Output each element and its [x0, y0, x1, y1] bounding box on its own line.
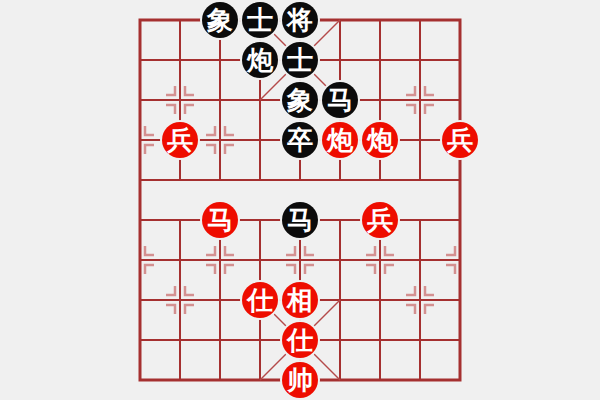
red-soldier[interactable]: 兵 [162, 122, 198, 158]
board: 象士将炮士象马兵卒炮炮兵马马兵仕相仕帅 [120, 0, 480, 400]
point-6-9[interactable] [360, 360, 400, 400]
point-2-4[interactable] [200, 160, 240, 200]
point-5-0[interactable] [320, 0, 360, 40]
point-3-7[interactable]: 仕 [240, 280, 280, 320]
point-6-1[interactable] [360, 40, 400, 80]
point-5-2[interactable]: 马 [320, 80, 360, 120]
point-8-0[interactable] [440, 0, 480, 40]
point-3-0[interactable]: 士 [240, 0, 280, 40]
point-0-7[interactable] [120, 280, 160, 320]
point-7-3[interactable] [400, 120, 440, 160]
point-4-1[interactable]: 士 [280, 40, 320, 80]
point-1-5[interactable] [160, 200, 200, 240]
point-1-2[interactable] [160, 80, 200, 120]
point-8-2[interactable] [440, 80, 480, 120]
red-soldier[interactable]: 兵 [362, 202, 398, 238]
point-6-7[interactable] [360, 280, 400, 320]
point-1-1[interactable] [160, 40, 200, 80]
point-1-8[interactable] [160, 320, 200, 360]
point-5-1[interactable] [320, 40, 360, 80]
point-4-5[interactable]: 马 [280, 200, 320, 240]
point-8-6[interactable] [440, 240, 480, 280]
point-6-0[interactable] [360, 0, 400, 40]
point-4-6[interactable] [280, 240, 320, 280]
point-3-6[interactable] [240, 240, 280, 280]
point-4-9[interactable]: 帅 [280, 360, 320, 400]
point-1-9[interactable] [160, 360, 200, 400]
board-grid[interactable]: 象士将炮士象马兵卒炮炮兵马马兵仕相仕帅 [120, 0, 480, 400]
point-1-7[interactable] [160, 280, 200, 320]
point-3-9[interactable] [240, 360, 280, 400]
point-5-5[interactable] [320, 200, 360, 240]
point-3-8[interactable] [240, 320, 280, 360]
point-8-4[interactable] [440, 160, 480, 200]
point-4-2[interactable]: 象 [280, 80, 320, 120]
point-2-6[interactable] [200, 240, 240, 280]
red-horse[interactable]: 马 [202, 202, 238, 238]
point-2-5[interactable]: 马 [200, 200, 240, 240]
point-4-7[interactable]: 相 [280, 280, 320, 320]
black-advisor[interactable]: 士 [242, 2, 278, 38]
point-7-2[interactable] [400, 80, 440, 120]
point-0-2[interactable] [120, 80, 160, 120]
black-cannon[interactable]: 炮 [242, 42, 278, 78]
black-general[interactable]: 将 [282, 2, 318, 38]
point-7-9[interactable] [400, 360, 440, 400]
point-0-1[interactable] [120, 40, 160, 80]
point-1-6[interactable] [160, 240, 200, 280]
point-3-2[interactable] [240, 80, 280, 120]
point-5-6[interactable] [320, 240, 360, 280]
point-6-4[interactable] [360, 160, 400, 200]
black-elephant[interactable]: 象 [282, 82, 318, 118]
point-6-3[interactable]: 炮 [360, 120, 400, 160]
point-7-1[interactable] [400, 40, 440, 80]
point-3-5[interactable] [240, 200, 280, 240]
black-horse[interactable]: 马 [322, 82, 358, 118]
point-6-6[interactable] [360, 240, 400, 280]
point-4-0[interactable]: 将 [280, 0, 320, 40]
point-2-8[interactable] [200, 320, 240, 360]
red-advisor[interactable]: 仕 [282, 322, 318, 358]
point-5-9[interactable] [320, 360, 360, 400]
point-2-9[interactable] [200, 360, 240, 400]
point-7-6[interactable] [400, 240, 440, 280]
point-7-8[interactable] [400, 320, 440, 360]
point-2-2[interactable] [200, 80, 240, 120]
point-7-7[interactable] [400, 280, 440, 320]
point-7-5[interactable] [400, 200, 440, 240]
point-4-8[interactable]: 仕 [280, 320, 320, 360]
point-2-7[interactable] [200, 280, 240, 320]
point-8-9[interactable] [440, 360, 480, 400]
red-cannon[interactable]: 炮 [322, 122, 358, 158]
xiangqi-diagram: 象士将炮士象马兵卒炮炮兵马马兵仕相仕帅 [0, 0, 600, 400]
point-3-3[interactable] [240, 120, 280, 160]
point-0-0[interactable] [120, 0, 160, 40]
black-advisor[interactable]: 士 [282, 42, 318, 78]
point-0-9[interactable] [120, 360, 160, 400]
point-1-0[interactable] [160, 0, 200, 40]
red-soldier[interactable]: 兵 [442, 122, 478, 158]
point-6-8[interactable] [360, 320, 400, 360]
point-2-3[interactable] [200, 120, 240, 160]
red-advisor[interactable]: 仕 [242, 282, 278, 318]
point-7-4[interactable] [400, 160, 440, 200]
black-soldier[interactable]: 卒 [282, 122, 318, 158]
point-0-5[interactable] [120, 200, 160, 240]
point-4-3[interactable]: 卒 [280, 120, 320, 160]
point-2-1[interactable] [200, 40, 240, 80]
point-6-5[interactable]: 兵 [360, 200, 400, 240]
red-elephant[interactable]: 相 [282, 282, 318, 318]
point-1-4[interactable] [160, 160, 200, 200]
point-8-7[interactable] [440, 280, 480, 320]
point-1-3[interactable]: 兵 [160, 120, 200, 160]
point-0-4[interactable] [120, 160, 160, 200]
point-5-4[interactable] [320, 160, 360, 200]
black-horse[interactable]: 马 [282, 202, 318, 238]
point-5-3[interactable]: 炮 [320, 120, 360, 160]
point-8-5[interactable] [440, 200, 480, 240]
point-2-0[interactable]: 象 [200, 0, 240, 40]
point-8-1[interactable] [440, 40, 480, 80]
point-3-1[interactable]: 炮 [240, 40, 280, 80]
red-general[interactable]: 帅 [282, 362, 318, 398]
point-4-4[interactable] [280, 160, 320, 200]
point-0-6[interactable] [120, 240, 160, 280]
point-7-0[interactable] [400, 0, 440, 40]
point-5-7[interactable] [320, 280, 360, 320]
black-elephant[interactable]: 象 [202, 2, 238, 38]
point-3-4[interactable] [240, 160, 280, 200]
red-cannon[interactable]: 炮 [362, 122, 398, 158]
point-6-2[interactable] [360, 80, 400, 120]
point-0-3[interactable] [120, 120, 160, 160]
point-5-8[interactable] [320, 320, 360, 360]
point-0-8[interactable] [120, 320, 160, 360]
point-8-3[interactable]: 兵 [440, 120, 480, 160]
point-8-8[interactable] [440, 320, 480, 360]
